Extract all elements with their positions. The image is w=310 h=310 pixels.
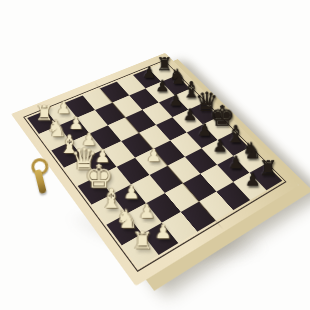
camera-tilt: ♜♟♟♜♞♟♟♞♝♟♟♝♛♟♟♛♚♟♟♚♝♟♟♝♞♟♟♞♜♟♟♜ bbox=[0, 0, 310, 310]
square-a6[interactable] bbox=[117, 75, 146, 95]
square-e6[interactable] bbox=[170, 132, 201, 156]
piece-white-pawn-e4[interactable]: ♟ bbox=[142, 147, 166, 164]
square-c4[interactable] bbox=[108, 117, 139, 141]
square-b7[interactable]: ♟ bbox=[146, 82, 175, 103]
square-c5[interactable] bbox=[125, 110, 156, 133]
square-e7[interactable]: ♟ bbox=[187, 125, 218, 149]
piece-black-rook-a8[interactable]: ♜ bbox=[155, 56, 175, 75]
product-photo-stage: ♜♟♟♜♞♟♟♞♝♟♟♝♛♟♟♛♚♟♟♚♝♟♟♝♞♟♟♞♜♟♟♜ bbox=[0, 0, 310, 310]
piece-black-bishop-c8[interactable]: ♝ bbox=[181, 79, 202, 101]
square-d7[interactable]: ♟ bbox=[173, 110, 203, 133]
wooden-board-box: ♜♟♟♜♞♟♟♞♝♟♟♝♛♟♟♛♚♟♟♚♝♟♟♝♞♟♟♞♜♟♟♜ bbox=[11, 53, 299, 286]
square-c8[interactable]: ♝ bbox=[175, 89, 204, 110]
square-a5[interactable] bbox=[100, 82, 129, 103]
square-b8[interactable]: ♞ bbox=[161, 75, 190, 95]
piece-black-pawn-d7[interactable]: ♟ bbox=[179, 107, 201, 123]
piece-black-pawn-a7[interactable]: ♟ bbox=[139, 65, 160, 80]
square-b5[interactable] bbox=[112, 95, 142, 117]
chess-board: ♜♟♟♜♞♟♟♞♝♟♟♝♛♟♟♛♚♟♟♚♝♟♟♝♞♟♟♞♜♟♟♜ bbox=[27, 62, 282, 267]
piece-black-pawn-b7[interactable]: ♟ bbox=[152, 79, 173, 95]
piece-black-pawn-h7[interactable]: ♟ bbox=[241, 171, 265, 189]
square-d8[interactable]: ♛ bbox=[189, 103, 219, 125]
piece-black-queen-d8[interactable]: ♛ bbox=[195, 90, 217, 116]
scene-3d: ♜♟♟♜♞♟♟♞♝♟♟♝♛♟♟♛♚♟♟♚♝♟♟♝♞♟♟♞♜♟♟♜ bbox=[0, 0, 310, 310]
square-a7[interactable]: ♟ bbox=[133, 69, 161, 89]
piece-black-bishop-f8[interactable]: ♝ bbox=[225, 123, 247, 146]
piece-white-pawn-a2[interactable]: ♟ bbox=[52, 100, 74, 117]
square-c6[interactable] bbox=[142, 103, 172, 125]
square-a4[interactable] bbox=[83, 88, 113, 110]
square-e8[interactable]: ♚ bbox=[203, 117, 234, 140]
square-c7[interactable]: ♟ bbox=[159, 96, 189, 118]
square-b6[interactable] bbox=[129, 89, 159, 110]
square-h7[interactable]: ♟ bbox=[233, 173, 266, 200]
square-d6[interactable] bbox=[156, 117, 187, 140]
piece-black-king-e8[interactable]: ♚ bbox=[210, 102, 232, 131]
piece-black-pawn-e7[interactable]: ♟ bbox=[194, 122, 216, 138]
square-a3[interactable] bbox=[65, 95, 95, 117]
piece-black-pawn-c7[interactable]: ♟ bbox=[165, 93, 186, 109]
piece-black-knight-b8[interactable]: ♞ bbox=[168, 67, 189, 88]
piece-white-rook-h1[interactable]: ♜ bbox=[130, 229, 157, 253]
square-b4[interactable] bbox=[95, 103, 125, 126]
square-a8[interactable]: ♜ bbox=[149, 62, 177, 81]
